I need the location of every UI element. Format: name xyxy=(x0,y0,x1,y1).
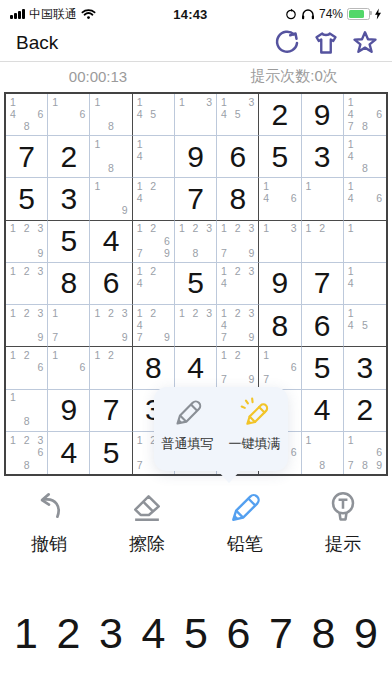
cell-r2c4[interactable]: 14 xyxy=(133,136,175,178)
pencil-marks: 1239 xyxy=(6,305,47,346)
undo-button[interactable]: 撤销 xyxy=(0,488,98,556)
cell-r5c5[interactable]: 5 xyxy=(175,263,217,305)
cell-r6c4[interactable]: 12479 xyxy=(133,305,175,347)
cell-r3c6[interactable]: 8 xyxy=(217,178,259,220)
pencil-mode-popup: 普通填写 一键填满 xyxy=(154,387,288,471)
cell-r2c1[interactable]: 7 xyxy=(6,136,48,178)
big-digit: 6 xyxy=(229,142,246,172)
charging-bolt-icon xyxy=(374,8,382,20)
pencil-marks: 14 xyxy=(133,136,174,177)
pencil-marks: 13 xyxy=(175,94,216,135)
big-digit: 8 xyxy=(272,311,289,341)
cell-r5c2[interactable]: 8 xyxy=(48,263,90,305)
cell-r2c6[interactable]: 6 xyxy=(217,136,259,178)
cell-r7c1[interactable]: 126 xyxy=(6,347,48,389)
cell-r4c7[interactable]: 13 xyxy=(259,221,301,263)
pencil-marks: 12679 xyxy=(133,221,174,262)
big-digit: 5 xyxy=(18,184,35,214)
pencil-marks: 123479 xyxy=(217,305,258,346)
undo-icon xyxy=(30,488,68,528)
cell-r9c8[interactable]: 18 xyxy=(302,432,344,474)
pencil-marks: 126 xyxy=(6,347,47,388)
cell-r3c7[interactable]: 146 xyxy=(259,178,301,220)
cell-r4c4[interactable]: 12679 xyxy=(133,221,175,263)
big-digit: 7 xyxy=(103,395,120,425)
signal-bars-icon xyxy=(10,9,25,19)
pencil-marks: 124 xyxy=(133,263,174,304)
number-pad: 1 2 3 4 5 6 7 8 9 xyxy=(0,608,392,660)
cell-r4c8[interactable]: 12 xyxy=(302,221,344,263)
cell-r5c4[interactable]: 124 xyxy=(133,263,175,305)
cell-r1c3[interactable]: 18 xyxy=(90,94,132,136)
cell-r5c9[interactable]: 14 xyxy=(344,263,386,305)
pencil-marks: 12 xyxy=(302,221,343,262)
battery-percent-label: 74% xyxy=(319,7,343,21)
carrier-label: 中国联通 xyxy=(29,6,77,23)
big-digit: 2 xyxy=(272,100,289,130)
pencil-marks: 19 xyxy=(90,178,131,219)
pencil-marks: 12479 xyxy=(133,305,174,346)
cell-r7c2[interactable]: 16 xyxy=(48,347,90,389)
cell-r8c2[interactable]: 9 xyxy=(48,390,90,432)
pencil-marks: 12379 xyxy=(217,221,258,262)
big-digit: 5 xyxy=(187,268,204,298)
cell-r9c1[interactable]: 12368 xyxy=(6,432,48,474)
big-digit: 4 xyxy=(103,226,120,256)
wifi-icon xyxy=(81,8,96,20)
big-digit: 9 xyxy=(272,268,289,298)
cell-r6c1[interactable]: 1239 xyxy=(6,305,48,347)
cell-r3c4[interactable]: 124 xyxy=(133,178,175,220)
pencil-yellow-icon xyxy=(238,396,272,430)
cell-r7c5[interactable]: 4 xyxy=(175,347,217,389)
fill-all-label: 一键填满 xyxy=(229,435,281,453)
cell-r1c6[interactable]: 1345 xyxy=(217,94,259,136)
cell-r4c9[interactable]: 1 xyxy=(344,221,386,263)
cell-r1c7[interactable]: 2 xyxy=(259,94,301,136)
pencil-marks: 12368 xyxy=(6,432,47,474)
hint-count-label: 提示次数:0次 xyxy=(196,67,392,86)
toolbar: 撤销 擦除 xyxy=(0,488,392,556)
cell-r5c1[interactable]: 123 xyxy=(6,263,48,305)
clock: 14:43 xyxy=(173,7,207,22)
pencil-marks: 1468 xyxy=(6,94,47,135)
pencil-marks: 18 xyxy=(302,432,343,474)
numpad-2[interactable]: 2 xyxy=(57,608,81,660)
cell-r8c8[interactable]: 4 xyxy=(302,390,344,432)
status-bar: 中国联通 14:43 74% xyxy=(0,0,392,24)
cell-r4c1[interactable]: 1239 xyxy=(6,221,48,263)
big-digit: 9 xyxy=(314,100,331,130)
pencil-marks: 145 xyxy=(344,305,386,346)
pencil-marks: 16 xyxy=(48,347,89,388)
cell-r7c4[interactable]: 8 xyxy=(133,347,175,389)
bulb-icon xyxy=(324,488,362,528)
pencil-marks: 14678 xyxy=(344,94,386,135)
pencil-marks: 146 xyxy=(259,178,300,219)
cell-r7c3[interactable]: 12 xyxy=(90,347,132,389)
big-digit: 8 xyxy=(229,184,246,214)
normal-fill-label: 普通填写 xyxy=(162,435,214,453)
pencil-marks: 123 xyxy=(175,305,216,346)
pencil-marks: 1 xyxy=(302,178,343,219)
pencil-marks: 167 xyxy=(259,347,300,388)
numpad-9[interactable]: 9 xyxy=(354,608,378,660)
cell-r1c8[interactable]: 9 xyxy=(302,94,344,136)
pencil-marks: 1239 xyxy=(6,221,47,262)
nav-bar: Back xyxy=(0,24,392,62)
cell-r5c6[interactable]: 1234 xyxy=(217,263,259,305)
cell-r7c7[interactable]: 167 xyxy=(259,347,301,389)
pencil-marks: 18 xyxy=(90,94,131,135)
cell-r6c7[interactable]: 8 xyxy=(259,305,301,347)
pencil-marks: 16 xyxy=(48,94,89,135)
big-digit: 9 xyxy=(60,395,77,425)
pencil-marks: 13 xyxy=(259,221,300,262)
star-icon[interactable] xyxy=(350,28,380,58)
cell-r1c9[interactable]: 14678 xyxy=(344,94,386,136)
big-digit: 5 xyxy=(103,438,120,468)
cell-r7c9[interactable]: 3 xyxy=(344,347,386,389)
numpad-6[interactable]: 6 xyxy=(227,608,251,660)
numpad-5[interactable]: 5 xyxy=(184,608,208,660)
cell-r6c8[interactable]: 6 xyxy=(302,305,344,347)
numpad-3[interactable]: 3 xyxy=(99,608,123,660)
pencil-marks: 1239 xyxy=(90,305,131,346)
pencil-marks: 1234 xyxy=(217,263,258,304)
cell-r3c5[interactable]: 7 xyxy=(175,178,217,220)
pencil-label: 铅笔 xyxy=(227,532,263,556)
cell-r2c9[interactable]: 148 xyxy=(344,136,386,178)
pencil-marks: 1 xyxy=(344,221,386,262)
big-digit: 5 xyxy=(60,226,77,256)
hint-label: 提示 xyxy=(325,532,361,556)
cell-r6c6[interactable]: 123479 xyxy=(217,305,259,347)
big-digit: 9 xyxy=(187,142,204,172)
cell-r5c8[interactable]: 7 xyxy=(302,263,344,305)
undo-label: 撤销 xyxy=(31,532,67,556)
pencil-marks: 16789 xyxy=(344,432,386,474)
pencil-marks: 148 xyxy=(344,136,386,177)
numpad-7[interactable]: 7 xyxy=(269,608,293,660)
headphones-icon xyxy=(301,8,315,20)
cell-r8c1[interactable]: 18 xyxy=(6,390,48,432)
cell-r4c2[interactable]: 5 xyxy=(48,221,90,263)
cell-r6c2[interactable]: 17 xyxy=(48,305,90,347)
numpad-8[interactable]: 8 xyxy=(312,608,336,660)
battery-icon xyxy=(347,8,370,21)
big-digit: 7 xyxy=(18,142,35,172)
cell-r4c6[interactable]: 12379 xyxy=(217,221,259,263)
cell-r3c8[interactable]: 1 xyxy=(302,178,344,220)
normal-fill-option[interactable]: 普通填写 xyxy=(154,387,221,471)
pencil-marks: 1345 xyxy=(217,94,258,135)
cell-r6c3[interactable]: 1239 xyxy=(90,305,132,347)
big-digit: 7 xyxy=(314,268,331,298)
timer-label: 00:00:13 xyxy=(0,68,196,85)
cell-r1c2[interactable]: 16 xyxy=(48,94,90,136)
big-digit: 3 xyxy=(314,142,331,172)
cell-r1c1[interactable]: 1468 xyxy=(6,94,48,136)
cell-r4c3[interactable]: 4 xyxy=(90,221,132,263)
cell-r3c3[interactable]: 19 xyxy=(90,178,132,220)
big-digit: 5 xyxy=(272,142,289,172)
big-digit: 4 xyxy=(60,438,77,468)
cell-r6c5[interactable]: 123 xyxy=(175,305,217,347)
cell-r1c5[interactable]: 13 xyxy=(175,94,217,136)
big-digit: 4 xyxy=(314,395,331,425)
eraser-icon xyxy=(128,488,166,528)
erase-label: 擦除 xyxy=(129,532,165,556)
big-digit: 2 xyxy=(357,395,374,425)
cell-r9c2[interactable]: 4 xyxy=(48,432,90,474)
numpad-1[interactable]: 1 xyxy=(14,608,38,660)
cell-r2c3[interactable]: 18 xyxy=(90,136,132,178)
tshirt-icon[interactable] xyxy=(311,28,341,58)
cell-r3c1[interactable]: 5 xyxy=(6,178,48,220)
cell-r7c8[interactable]: 5 xyxy=(302,347,344,389)
erase-button[interactable]: 擦除 xyxy=(98,488,196,556)
pencil-marks: 1279 xyxy=(217,347,258,388)
cell-r8c3[interactable]: 7 xyxy=(90,390,132,432)
back-button[interactable]: Back xyxy=(16,32,58,54)
cell-r9c9[interactable]: 16789 xyxy=(344,432,386,474)
big-digit: 8 xyxy=(145,353,162,383)
pencil-marks: 18 xyxy=(6,390,47,431)
big-digit: 4 xyxy=(187,353,204,383)
sudoku-app-screen: 中国联通 14:43 74% xyxy=(0,0,392,696)
cell-r2c2[interactable]: 2 xyxy=(48,136,90,178)
refresh-icon[interactable] xyxy=(272,28,302,58)
pencil-marks: 124 xyxy=(133,178,174,219)
cell-r5c7[interactable]: 9 xyxy=(259,263,301,305)
pencil-marks: 123 xyxy=(6,263,47,304)
big-digit: 8 xyxy=(60,268,77,298)
pencil-marks: 146 xyxy=(344,178,386,219)
pencil-marks: 12 xyxy=(90,347,131,388)
cell-r6c9[interactable]: 145 xyxy=(344,305,386,347)
big-digit: 2 xyxy=(60,142,77,172)
big-digit: 6 xyxy=(103,268,120,298)
cell-r9c3[interactable]: 5 xyxy=(90,432,132,474)
orientation-lock-icon xyxy=(285,8,297,20)
cell-r2c8[interactable]: 3 xyxy=(302,136,344,178)
cell-r1c4[interactable]: 145 xyxy=(133,94,175,136)
pencil-gray-icon xyxy=(171,396,205,430)
big-digit: 3 xyxy=(60,184,77,214)
numpad-4[interactable]: 4 xyxy=(142,608,166,660)
info-bar: 00:00:13 提示次数:0次 xyxy=(0,62,392,90)
cell-r8c9[interactable]: 2 xyxy=(344,390,386,432)
cell-r3c2[interactable]: 3 xyxy=(48,178,90,220)
pencil-marks: 18 xyxy=(90,136,131,177)
pencil-marks: 17 xyxy=(48,305,89,346)
pencil-marks: 145 xyxy=(133,94,174,135)
big-digit: 6 xyxy=(314,311,331,341)
cell-r5c3[interactable]: 6 xyxy=(90,263,132,305)
big-digit: 5 xyxy=(314,353,331,383)
cell-r2c5[interactable]: 9 xyxy=(175,136,217,178)
hint-button[interactable]: 提示 xyxy=(294,488,392,556)
fill-all-option[interactable]: 一键填满 xyxy=(221,387,288,471)
big-digit: 7 xyxy=(187,184,204,214)
pencil-marks: 14 xyxy=(344,263,386,304)
big-digit: 3 xyxy=(357,353,374,383)
pencil-icon xyxy=(226,488,264,528)
cell-r4c5[interactable]: 1238 xyxy=(175,221,217,263)
cell-r3c9[interactable]: 146 xyxy=(344,178,386,220)
pencil-marks: 1238 xyxy=(175,221,216,262)
pencil-button[interactable]: 铅笔 xyxy=(196,488,294,556)
cell-r2c7[interactable]: 5 xyxy=(259,136,301,178)
cell-r7c6[interactable]: 1279 xyxy=(217,347,259,389)
